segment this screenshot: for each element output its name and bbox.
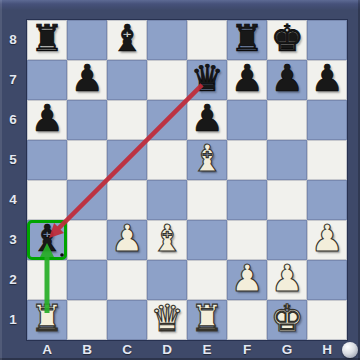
square-g8[interactable]: ♚ — [267, 20, 307, 60]
square-b7[interactable]: ♟ — [67, 60, 107, 100]
rank-label-8: 8 — [1, 20, 25, 60]
square-h1[interactable] — [307, 300, 347, 340]
square-g5[interactable] — [267, 140, 307, 180]
white-pawn[interactable]: ♟ — [310, 220, 343, 257]
square-a3[interactable]: ♝ — [27, 220, 67, 260]
black-pawn[interactable]: ♟ — [190, 100, 223, 137]
file-label-H: H — [307, 340, 347, 360]
square-c7[interactable] — [107, 60, 147, 100]
rank-label-2: 2 — [1, 260, 25, 300]
square-d6[interactable] — [147, 100, 187, 140]
square-b5[interactable] — [67, 140, 107, 180]
square-c5[interactable] — [107, 140, 147, 180]
square-b3[interactable] — [67, 220, 107, 260]
square-a8[interactable]: ♜ — [27, 20, 67, 60]
black-rook[interactable]: ♜ — [30, 20, 63, 57]
square-e7[interactable]: ♛ — [187, 60, 227, 100]
square-g7[interactable]: ♟ — [267, 60, 307, 100]
square-h7[interactable]: ♟ — [307, 60, 347, 100]
square-a7[interactable] — [27, 60, 67, 100]
black-pawn[interactable]: ♟ — [30, 100, 63, 137]
square-g2[interactable]: ♟ — [267, 260, 307, 300]
square-h5[interactable] — [307, 140, 347, 180]
square-e2[interactable] — [187, 260, 227, 300]
file-label-E: E — [187, 340, 227, 360]
square-d7[interactable] — [147, 60, 187, 100]
square-f7[interactable]: ♟ — [227, 60, 267, 100]
square-f2[interactable]: ♟ — [227, 260, 267, 300]
rank-label-3: 3 — [1, 220, 25, 260]
square-a4[interactable] — [27, 180, 67, 220]
chess-board: ♜♝♜♚♟♛♟♟♟♟♟♝♝♟♝♟♟♟♜♛♜♚ — [27, 20, 347, 340]
file-label-D: D — [147, 340, 187, 360]
square-f5[interactable] — [227, 140, 267, 180]
square-a1[interactable]: ♜ — [27, 300, 67, 340]
square-c2[interactable] — [107, 260, 147, 300]
white-bishop[interactable]: ♝ — [150, 220, 183, 257]
file-label-F: F — [227, 340, 267, 360]
square-b4[interactable] — [67, 180, 107, 220]
rank-label-5: 5 — [1, 140, 25, 180]
square-d4[interactable] — [147, 180, 187, 220]
square-h2[interactable] — [307, 260, 347, 300]
square-e1[interactable]: ♜ — [187, 300, 227, 340]
square-a5[interactable] — [27, 140, 67, 180]
square-f8[interactable]: ♜ — [227, 20, 267, 60]
square-f4[interactable] — [227, 180, 267, 220]
side-to-move-indicator — [342, 342, 358, 358]
white-pawn[interactable]: ♟ — [230, 260, 263, 297]
square-b6[interactable] — [67, 100, 107, 140]
black-queen[interactable]: ♛ — [190, 60, 223, 97]
rank-label-7: 7 — [1, 60, 25, 100]
square-d2[interactable] — [147, 260, 187, 300]
square-c4[interactable] — [107, 180, 147, 220]
square-c1[interactable] — [107, 300, 147, 340]
square-h4[interactable] — [307, 180, 347, 220]
square-g1[interactable]: ♚ — [267, 300, 307, 340]
file-label-B: B — [67, 340, 107, 360]
chess-board-frame: ♜♝♜♚♟♛♟♟♟♟♟♝♝♟♝♟♟♟♜♛♜♚ 87654321 ABCDEFGH — [0, 0, 360, 360]
square-h6[interactable] — [307, 100, 347, 140]
file-label-A: A — [27, 340, 67, 360]
square-c8[interactable]: ♝ — [107, 20, 147, 60]
black-pawn[interactable]: ♟ — [310, 60, 343, 97]
square-c3[interactable]: ♟ — [107, 220, 147, 260]
square-a2[interactable] — [27, 260, 67, 300]
rank-label-4: 4 — [1, 180, 25, 220]
white-pawn[interactable]: ♟ — [270, 260, 303, 297]
white-rook[interactable]: ♜ — [30, 300, 63, 337]
black-king[interactable]: ♚ — [270, 20, 303, 57]
square-e3[interactable] — [187, 220, 227, 260]
black-pawn[interactable]: ♟ — [270, 60, 303, 97]
black-pawn[interactable]: ♟ — [230, 60, 263, 97]
square-d1[interactable]: ♛ — [147, 300, 187, 340]
black-bishop[interactable]: ♝ — [30, 220, 63, 257]
square-g6[interactable] — [267, 100, 307, 140]
white-bishop[interactable]: ♝ — [190, 140, 223, 177]
square-c6[interactable] — [107, 100, 147, 140]
white-king[interactable]: ♚ — [270, 300, 303, 337]
square-e5[interactable]: ♝ — [187, 140, 227, 180]
square-b8[interactable] — [67, 20, 107, 60]
white-queen[interactable]: ♛ — [150, 300, 183, 337]
rank-label-6: 6 — [1, 100, 25, 140]
square-e6[interactable]: ♟ — [187, 100, 227, 140]
square-g3[interactable] — [267, 220, 307, 260]
square-b1[interactable] — [67, 300, 107, 340]
square-f3[interactable] — [227, 220, 267, 260]
rank-label-1: 1 — [1, 300, 25, 340]
square-d8[interactable] — [147, 20, 187, 60]
square-a6[interactable]: ♟ — [27, 100, 67, 140]
file-label-C: C — [107, 340, 147, 360]
black-bishop[interactable]: ♝ — [110, 20, 143, 57]
black-pawn[interactable]: ♟ — [70, 60, 103, 97]
square-b2[interactable] — [67, 260, 107, 300]
square-e8[interactable] — [187, 20, 227, 60]
square-g4[interactable] — [267, 180, 307, 220]
square-e4[interactable] — [187, 180, 227, 220]
white-rook[interactable]: ♜ — [190, 300, 223, 337]
square-d5[interactable] — [147, 140, 187, 180]
white-pawn[interactable]: ♟ — [110, 220, 143, 257]
file-label-G: G — [267, 340, 307, 360]
square-h8[interactable] — [307, 20, 347, 60]
square-f6[interactable] — [227, 100, 267, 140]
black-rook[interactable]: ♜ — [230, 20, 263, 57]
square-d3[interactable]: ♝ — [147, 220, 187, 260]
square-f1[interactable] — [227, 300, 267, 340]
square-h3[interactable]: ♟ — [307, 220, 347, 260]
